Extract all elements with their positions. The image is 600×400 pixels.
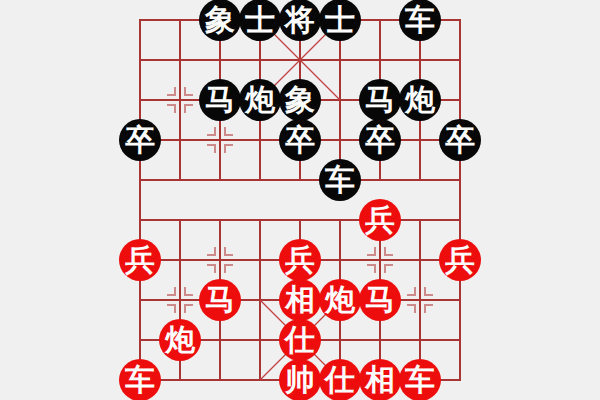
piece-red-cannon[interactable]: 炮 <box>319 279 361 321</box>
piece-black-soldier[interactable]: 卒 <box>119 119 161 161</box>
piece-black-soldier[interactable]: 卒 <box>439 119 481 161</box>
piece-black-elephant[interactable]: 象 <box>279 79 321 121</box>
piece-black-general[interactable]: 将 <box>279 0 321 41</box>
piece-black-horse[interactable]: 马 <box>199 79 241 121</box>
piece-black-horse[interactable]: 马 <box>359 79 401 121</box>
piece-red-general[interactable]: 帅 <box>279 359 321 400</box>
piece-black-advisor[interactable]: 士 <box>319 0 361 41</box>
piece-black-soldier[interactable]: 卒 <box>279 119 321 161</box>
piece-red-elephant[interactable]: 相 <box>359 359 401 400</box>
piece-black-cannon[interactable]: 炮 <box>239 79 281 121</box>
piece-red-soldier[interactable]: 兵 <box>279 239 321 281</box>
xiangqi-board[interactable]: 象士将士车马炮象马炮卒卒卒卒车兵兵兵兵马相炮马炮仕车帅仕相车 <box>120 0 480 400</box>
piece-red-horse[interactable]: 马 <box>199 279 241 321</box>
piece-red-elephant[interactable]: 相 <box>279 279 321 321</box>
piece-red-soldier[interactable]: 兵 <box>439 239 481 281</box>
piece-black-chariot[interactable]: 车 <box>319 159 361 201</box>
piece-red-soldier[interactable]: 兵 <box>119 239 161 281</box>
piece-red-chariot[interactable]: 车 <box>399 359 441 400</box>
piece-red-cannon[interactable]: 炮 <box>159 319 201 361</box>
piece-black-elephant[interactable]: 象 <box>199 0 241 41</box>
piece-red-horse[interactable]: 马 <box>359 279 401 321</box>
piece-black-chariot[interactable]: 车 <box>399 0 441 41</box>
piece-black-cannon[interactable]: 炮 <box>399 79 441 121</box>
piece-black-advisor[interactable]: 士 <box>239 0 281 41</box>
piece-red-chariot[interactable]: 车 <box>119 359 161 400</box>
piece-black-soldier[interactable]: 卒 <box>359 119 401 161</box>
piece-red-soldier[interactable]: 兵 <box>359 199 401 241</box>
piece-red-advisor[interactable]: 仕 <box>279 319 321 361</box>
xiangqi-app: 象士将士车马炮象马炮卒卒卒卒车兵兵兵兵马相炮马炮仕车帅仕相车 <box>0 0 600 400</box>
piece-red-advisor[interactable]: 仕 <box>319 359 361 400</box>
